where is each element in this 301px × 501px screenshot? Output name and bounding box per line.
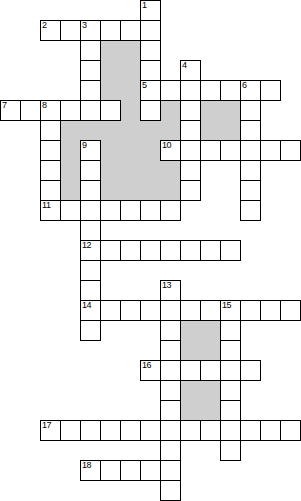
cell-r1c4[interactable]: 3 (80, 20, 101, 41)
cell-r15c6[interactable] (120, 300, 141, 321)
clue-number-17: 17 (42, 421, 51, 430)
cell-r4c10[interactable] (200, 80, 221, 101)
cell-r15c5[interactable] (100, 300, 121, 321)
cell-r12c7[interactable] (140, 240, 161, 261)
cell-r15c9[interactable] (180, 300, 201, 321)
clue-number-2: 2 (42, 21, 47, 30)
clue-number-1: 1 (142, 1, 147, 10)
clue-number-7: 7 (2, 101, 7, 110)
cell-r7c9[interactable] (180, 140, 201, 161)
cell-r16c8[interactable] (160, 320, 181, 341)
cell-r5c5[interactable] (100, 100, 121, 121)
cell-r7c8[interactable]: 10 (160, 140, 181, 161)
cell-r6c12[interactable] (240, 120, 261, 141)
cell-r6c2[interactable] (40, 120, 61, 141)
cell-r16c4[interactable] (80, 320, 101, 341)
shaded-cell-r3c5 (100, 60, 121, 81)
cell-r5c0[interactable]: 7 (0, 100, 21, 121)
cell-r4c4[interactable] (80, 80, 101, 101)
cell-r23c4[interactable]: 18 (80, 460, 101, 481)
shaded-cell-r2c6 (120, 40, 141, 61)
shaded-cell-r4c6 (120, 80, 141, 101)
cell-r21c2[interactable]: 17 (40, 420, 61, 441)
cell-r1c3[interactable] (60, 20, 81, 41)
cell-r20c11[interactable] (220, 400, 241, 421)
cell-r5c1[interactable] (20, 100, 41, 121)
shaded-cell-r4c5 (100, 80, 121, 101)
cell-r2c4[interactable] (80, 40, 101, 61)
cell-r16c11[interactable] (220, 320, 241, 341)
clue-number-5: 5 (142, 81, 147, 90)
cell-r1c6[interactable] (120, 20, 141, 41)
clue-number-3: 3 (82, 21, 87, 30)
clue-number-4: 4 (182, 61, 187, 70)
shaded-cell-r3c6 (120, 60, 141, 81)
shaded-cell-r7c3 (60, 140, 81, 161)
shaded-cell-r20c10 (200, 400, 221, 421)
cell-r12c11[interactable] (220, 240, 241, 261)
cell-r23c6[interactable] (120, 460, 141, 481)
cell-r10c12[interactable] (240, 200, 261, 221)
clue-number-8: 8 (42, 101, 47, 110)
cell-r17c11[interactable] (220, 340, 241, 361)
cell-r9c4[interactable] (80, 180, 101, 201)
cell-r7c2[interactable] (40, 140, 61, 161)
shaded-cell-r9c6 (120, 180, 141, 201)
cell-r14c8[interactable]: 13 (160, 280, 181, 301)
cell-r6c9[interactable] (180, 120, 201, 141)
cell-r21c13[interactable] (260, 420, 281, 441)
cell-r13c4[interactable] (80, 260, 101, 281)
crossword-board: 123456789101112131415161718 (0, 0, 301, 501)
cell-r18c11[interactable] (220, 360, 241, 381)
cell-r4c12[interactable]: 6 (240, 80, 261, 101)
cell-r10c4[interactable] (80, 200, 101, 221)
cell-r21c9[interactable] (180, 420, 201, 441)
cell-r10c2[interactable]: 11 (40, 200, 61, 221)
cell-r5c3[interactable] (60, 100, 81, 121)
cell-r1c5[interactable] (100, 20, 121, 41)
cell-r10c8[interactable] (160, 200, 181, 221)
shaded-cell-r6c10 (200, 120, 221, 141)
cell-r9c2[interactable] (40, 180, 61, 201)
cell-r1c2[interactable]: 2 (40, 20, 61, 41)
cell-r5c9[interactable] (180, 100, 201, 121)
cell-r7c14[interactable] (280, 140, 301, 161)
shaded-cell-r5c8 (160, 100, 181, 121)
shaded-cell-r6c11 (220, 120, 241, 141)
cell-r21c12[interactable] (240, 420, 261, 441)
cell-r5c12[interactable] (240, 100, 261, 121)
cell-r23c5[interactable] (100, 460, 121, 481)
cell-r23c7[interactable] (140, 460, 161, 481)
shaded-cell-r8c7 (140, 160, 161, 181)
cell-r21c5[interactable] (100, 420, 121, 441)
cell-r15c13[interactable] (260, 300, 281, 321)
cell-r4c11[interactable] (220, 80, 241, 101)
cell-r22c11[interactable] (220, 440, 241, 461)
clue-number-13: 13 (162, 281, 171, 290)
clue-number-12: 12 (82, 241, 91, 250)
shaded-cell-r6c6 (120, 120, 141, 141)
cell-r15c4[interactable]: 14 (80, 300, 101, 321)
shaded-cell-r20c9 (180, 400, 201, 421)
shaded-cell-r8c5 (100, 160, 121, 181)
shaded-cell-r5c6 (120, 100, 141, 121)
cell-r0c7[interactable]: 1 (140, 0, 161, 21)
cell-r5c4[interactable] (80, 100, 101, 121)
cell-r19c8[interactable] (160, 380, 181, 401)
cell-r23c8[interactable] (160, 460, 181, 481)
cell-r20c8[interactable] (160, 400, 181, 421)
shaded-cell-r8c8 (160, 160, 181, 181)
shaded-cell-r5c10 (200, 100, 221, 121)
shaded-cell-r6c3 (60, 120, 81, 141)
cell-r8c4[interactable] (80, 160, 101, 181)
shaded-cell-r6c7 (140, 120, 161, 141)
cell-r4c8[interactable] (160, 80, 181, 101)
cell-r21c11[interactable] (220, 420, 241, 441)
cell-r18c12[interactable] (240, 360, 261, 381)
cell-r12c8[interactable] (160, 240, 181, 261)
shaded-cell-r8c6 (120, 160, 141, 181)
cell-r15c11[interactable]: 15 (220, 300, 241, 321)
shaded-cell-r9c5 (100, 180, 121, 201)
shaded-cell-r6c5 (100, 120, 121, 141)
cell-r21c8[interactable] (160, 420, 181, 441)
shaded-cell-r17c9 (180, 340, 201, 361)
shaded-cell-r2c5 (100, 40, 121, 61)
cell-r21c4[interactable] (80, 420, 101, 441)
shaded-cell-r9c7 (140, 180, 161, 201)
shaded-cell-r16c10 (200, 320, 221, 341)
cell-r7c12[interactable] (240, 140, 261, 161)
cell-r8c12[interactable] (240, 160, 261, 181)
shaded-cell-r7c5 (100, 140, 121, 161)
shaded-cell-r9c3 (60, 180, 81, 201)
page: 123456789101112131415161718 (0, 0, 301, 501)
cell-r8c9[interactable] (180, 160, 201, 181)
shaded-cell-r16c9 (180, 320, 201, 341)
shaded-cell-r5c11 (220, 100, 241, 121)
cell-r15c14[interactable] (280, 300, 301, 321)
cell-r9c12[interactable] (240, 180, 261, 201)
cell-r12c10[interactable] (200, 240, 221, 261)
cell-r15c12[interactable] (240, 300, 261, 321)
cell-r3c4[interactable] (80, 60, 101, 81)
cell-r10c5[interactable] (100, 200, 121, 221)
shaded-cell-r8c3 (60, 160, 81, 181)
clue-number-18: 18 (82, 461, 91, 470)
cell-r1c7[interactable] (140, 20, 161, 41)
cell-r8c2[interactable] (40, 160, 61, 181)
cell-r21c7[interactable] (140, 420, 161, 441)
clue-number-9: 9 (82, 141, 87, 150)
cell-r7c10[interactable] (200, 140, 221, 161)
shaded-cell-r6c8 (160, 120, 181, 141)
cell-r22c8[interactable] (160, 440, 181, 461)
clue-number-6: 6 (242, 81, 247, 90)
cell-r12c4[interactable]: 12 (80, 240, 101, 261)
cell-r18c8[interactable] (160, 360, 181, 381)
cell-r10c3[interactable] (60, 200, 81, 221)
cell-r18c9[interactable] (180, 360, 201, 381)
cell-r4c9[interactable] (180, 80, 201, 101)
cell-r3c9[interactable]: 4 (180, 60, 201, 81)
cell-r5c2[interactable]: 8 (40, 100, 61, 121)
cell-r15c10[interactable] (200, 300, 221, 321)
cell-r21c6[interactable] (120, 420, 141, 441)
cell-r12c5[interactable] (100, 240, 121, 261)
cell-r18c7[interactable]: 16 (140, 360, 161, 381)
cell-r4c13[interactable] (260, 80, 281, 101)
cell-r9c9[interactable] (180, 180, 201, 201)
shaded-cell-r7c6 (120, 140, 141, 161)
cell-r21c14[interactable] (280, 420, 301, 441)
cell-r21c10[interactable] (200, 420, 221, 441)
cell-r2c7[interactable] (140, 40, 161, 61)
cell-r10c6[interactable] (120, 200, 141, 221)
cell-r21c3[interactable] (60, 420, 81, 441)
shaded-cell-r17c10 (200, 340, 221, 361)
cell-r7c13[interactable] (260, 140, 281, 161)
cell-r5c7[interactable] (140, 100, 161, 121)
clue-number-10: 10 (162, 141, 171, 150)
cell-r15c7[interactable] (140, 300, 161, 321)
cell-r15c8[interactable] (160, 300, 181, 321)
cell-r3c7[interactable] (140, 60, 161, 81)
clue-number-15: 15 (222, 301, 231, 310)
cell-r7c4[interactable]: 9 (80, 140, 101, 161)
clue-number-11: 11 (42, 201, 51, 210)
cell-r17c8[interactable] (160, 340, 181, 361)
clue-number-14: 14 (82, 301, 91, 310)
cell-r12c6[interactable] (120, 240, 141, 261)
cell-r18c10[interactable] (200, 360, 221, 381)
cell-r24c8[interactable] (160, 480, 181, 501)
shaded-cell-r19c9 (180, 380, 201, 401)
cell-r4c7[interactable]: 5 (140, 80, 161, 101)
cell-r12c9[interactable] (180, 240, 201, 261)
cell-r7c11[interactable] (220, 140, 241, 161)
shaded-cell-r9c8 (160, 180, 181, 201)
cell-r10c7[interactable] (140, 200, 161, 221)
clue-number-16: 16 (142, 361, 151, 370)
shaded-cell-r6c4 (80, 120, 101, 141)
cell-r11c4[interactable] (80, 220, 101, 241)
cell-r14c4[interactable] (80, 280, 101, 301)
cell-r19c11[interactable] (220, 380, 241, 401)
shaded-cell-r7c7 (140, 140, 161, 161)
shaded-cell-r19c10 (200, 380, 221, 401)
